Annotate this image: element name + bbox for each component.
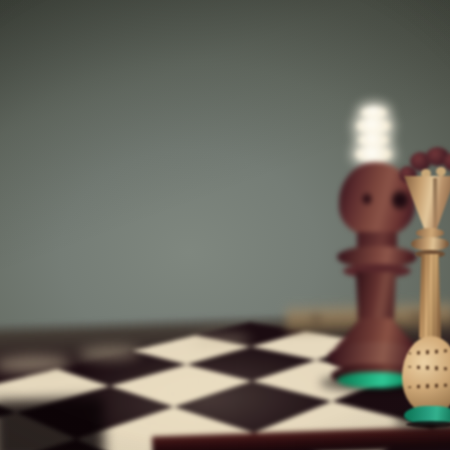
queen-base-shadow — [406, 421, 450, 428]
king-finial-highlight — [358, 133, 389, 147]
queen-base — [402, 336, 450, 414]
king-finial-highlight — [355, 146, 392, 163]
queen-grain-dots — [408, 365, 450, 372]
shadowed-corner — [0, 397, 105, 450]
queen-grain-dots — [408, 383, 450, 389]
queen-coronet-cup — [403, 176, 450, 232]
queen-grain-dots — [408, 348, 450, 355]
white-queen-piece: ♛ — [398, 140, 450, 436]
queen-neck-ring — [411, 237, 449, 251]
queen-cup-shading — [433, 178, 437, 228]
king-crown-opening — [362, 192, 372, 206]
king-finial-highlight — [356, 118, 391, 134]
queen-stem — [419, 254, 441, 338]
queen-coronet-point — [436, 167, 446, 176]
chess-photo-scene: ♚ ♛ — [0, 0, 450, 450]
